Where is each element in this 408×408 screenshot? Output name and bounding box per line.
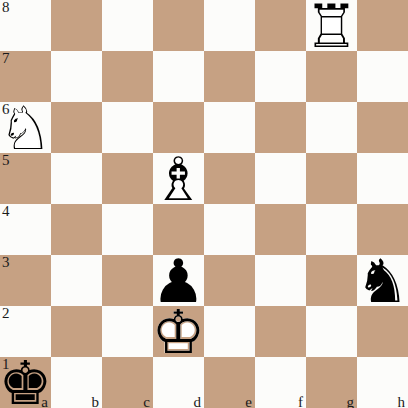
square-e2[interactable] bbox=[204, 306, 255, 357]
square-b2[interactable] bbox=[51, 306, 102, 357]
square-a4[interactable]: 4 bbox=[0, 204, 51, 255]
file-label-f: f bbox=[298, 395, 303, 408]
square-d7[interactable] bbox=[153, 51, 204, 102]
file-label-d: d bbox=[194, 395, 202, 408]
square-h7[interactable] bbox=[357, 51, 408, 102]
square-a1[interactable]: 1a♚ bbox=[0, 357, 51, 408]
square-e8[interactable] bbox=[204, 0, 255, 51]
file-label-a: a bbox=[41, 395, 48, 408]
square-c6[interactable] bbox=[102, 102, 153, 153]
square-b5[interactable] bbox=[51, 153, 102, 204]
square-g7[interactable] bbox=[306, 51, 357, 102]
square-g4[interactable] bbox=[306, 204, 357, 255]
square-e3[interactable] bbox=[204, 255, 255, 306]
white-rook-glyph: ♖ bbox=[305, 0, 359, 56]
white-king-glyph: ♔ bbox=[152, 302, 206, 362]
rank-label-5: 5 bbox=[2, 153, 10, 168]
square-d5[interactable]: ♝♗ bbox=[153, 153, 204, 204]
piece-black-knight[interactable]: ♞ bbox=[356, 251, 408, 311]
chess-board: 8♜♖76♞♘5♝♗43♟♞2♚♔1a♚bcdefgh bbox=[0, 0, 408, 408]
square-f2[interactable] bbox=[255, 306, 306, 357]
square-e5[interactable] bbox=[204, 153, 255, 204]
square-f8[interactable] bbox=[255, 0, 306, 51]
square-d8[interactable] bbox=[153, 0, 204, 51]
square-b8[interactable] bbox=[51, 0, 102, 51]
rank-label-1: 1 bbox=[2, 357, 10, 372]
square-c7[interactable] bbox=[102, 51, 153, 102]
white-bishop-glyph: ♗ bbox=[152, 149, 206, 209]
square-h5[interactable] bbox=[357, 153, 408, 204]
piece-white-bishop[interactable]: ♝♗ bbox=[152, 149, 206, 209]
square-g8[interactable]: ♜♖ bbox=[306, 0, 357, 51]
square-a5[interactable]: 5 bbox=[0, 153, 51, 204]
square-b1[interactable]: b bbox=[51, 357, 102, 408]
square-f6[interactable] bbox=[255, 102, 306, 153]
square-h1[interactable]: h bbox=[357, 357, 408, 408]
square-h2[interactable] bbox=[357, 306, 408, 357]
square-h8[interactable] bbox=[357, 0, 408, 51]
square-a8[interactable]: 8 bbox=[0, 0, 51, 51]
square-b3[interactable] bbox=[51, 255, 102, 306]
square-e4[interactable] bbox=[204, 204, 255, 255]
rank-label-6: 6 bbox=[2, 102, 10, 117]
square-e6[interactable] bbox=[204, 102, 255, 153]
file-label-c: c bbox=[143, 395, 150, 408]
square-f7[interactable] bbox=[255, 51, 306, 102]
square-c8[interactable] bbox=[102, 0, 153, 51]
square-a6[interactable]: 6♞♘ bbox=[0, 102, 51, 153]
square-h6[interactable] bbox=[357, 102, 408, 153]
square-d1[interactable]: d bbox=[153, 357, 204, 408]
square-c3[interactable] bbox=[102, 255, 153, 306]
square-h3[interactable]: ♞ bbox=[357, 255, 408, 306]
rank-label-4: 4 bbox=[2, 204, 10, 219]
square-e1[interactable]: e bbox=[204, 357, 255, 408]
square-c5[interactable] bbox=[102, 153, 153, 204]
rank-label-2: 2 bbox=[2, 306, 10, 321]
black-knight-glyph: ♞ bbox=[356, 251, 408, 311]
square-g1[interactable]: g bbox=[306, 357, 357, 408]
square-g6[interactable] bbox=[306, 102, 357, 153]
square-f5[interactable] bbox=[255, 153, 306, 204]
square-g2[interactable] bbox=[306, 306, 357, 357]
square-f3[interactable] bbox=[255, 255, 306, 306]
square-g5[interactable] bbox=[306, 153, 357, 204]
square-g3[interactable] bbox=[306, 255, 357, 306]
piece-white-rook[interactable]: ♜♖ bbox=[305, 0, 359, 56]
file-label-h: h bbox=[398, 395, 406, 408]
file-label-e: e bbox=[245, 395, 252, 408]
square-c1[interactable]: c bbox=[102, 357, 153, 408]
rank-label-8: 8 bbox=[2, 0, 10, 15]
square-b7[interactable] bbox=[51, 51, 102, 102]
square-c2[interactable] bbox=[102, 306, 153, 357]
square-f1[interactable]: f bbox=[255, 357, 306, 408]
piece-white-king[interactable]: ♚♔ bbox=[152, 302, 206, 362]
square-e7[interactable] bbox=[204, 51, 255, 102]
rank-label-7: 7 bbox=[2, 51, 10, 66]
square-b6[interactable] bbox=[51, 102, 102, 153]
file-label-g: g bbox=[347, 395, 355, 408]
file-label-b: b bbox=[92, 395, 100, 408]
square-c4[interactable] bbox=[102, 204, 153, 255]
square-d2[interactable]: ♚♔ bbox=[153, 306, 204, 357]
square-a3[interactable]: 3 bbox=[0, 255, 51, 306]
rank-label-3: 3 bbox=[2, 255, 10, 270]
square-b4[interactable] bbox=[51, 204, 102, 255]
square-f4[interactable] bbox=[255, 204, 306, 255]
